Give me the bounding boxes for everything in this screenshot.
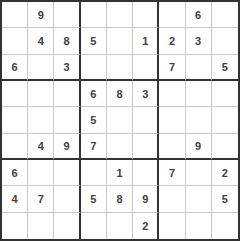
cell-r9c4[interactable]: [81, 213, 107, 239]
cell-r3c4[interactable]: [81, 55, 107, 81]
cell-r2c9[interactable]: [212, 28, 238, 54]
cell-r5c6[interactable]: [133, 107, 159, 133]
cell-r1c6[interactable]: [133, 2, 159, 28]
cell-r9c3[interactable]: [54, 213, 80, 239]
cell-r6c2[interactable]: 4: [28, 134, 54, 160]
cell-r8c1[interactable]: 4: [2, 186, 28, 212]
cell-r6c4[interactable]: 7: [81, 134, 107, 160]
cell-r7c6[interactable]: [133, 160, 159, 186]
sudoku-puzzle: 9648512363756835497961724758952: [0, 0, 240, 241]
cell-r4c3[interactable]: [54, 81, 80, 107]
cell-r8c2[interactable]: 7: [28, 186, 54, 212]
cell-r3c8[interactable]: [186, 55, 212, 81]
cell-r8c3[interactable]: [54, 186, 80, 212]
cell-r4c6[interactable]: 3: [133, 81, 159, 107]
cell-r1c8[interactable]: 6: [186, 2, 212, 28]
cell-r4c4[interactable]: 6: [81, 81, 107, 107]
cell-r9c1[interactable]: [2, 213, 28, 239]
cell-r7c2[interactable]: [28, 160, 54, 186]
cell-r5c1[interactable]: [2, 107, 28, 133]
cell-r2c7[interactable]: 2: [159, 28, 185, 54]
cell-r7c3[interactable]: [54, 160, 80, 186]
cell-r8c4[interactable]: 5: [81, 186, 107, 212]
cell-r1c4[interactable]: [81, 2, 107, 28]
cell-r8c5[interactable]: 8: [107, 186, 133, 212]
cell-r5c9[interactable]: [212, 107, 238, 133]
cell-r7c4[interactable]: [81, 160, 107, 186]
cell-r9c7[interactable]: [159, 213, 185, 239]
cell-r3c9[interactable]: 5: [212, 55, 238, 81]
cell-r4c9[interactable]: [212, 81, 238, 107]
cell-r1c1[interactable]: [2, 2, 28, 28]
cell-r9c6[interactable]: 2: [133, 213, 159, 239]
cell-r4c7[interactable]: [159, 81, 185, 107]
cell-r3c6[interactable]: [133, 55, 159, 81]
cell-r6c6[interactable]: [133, 134, 159, 160]
cell-r6c8[interactable]: 9: [186, 134, 212, 160]
cell-r1c9[interactable]: [212, 2, 238, 28]
cell-r1c7[interactable]: [159, 2, 185, 28]
cell-r4c5[interactable]: 8: [107, 81, 133, 107]
cell-r3c2[interactable]: [28, 55, 54, 81]
cell-r5c8[interactable]: [186, 107, 212, 133]
cell-r2c3[interactable]: 8: [54, 28, 80, 54]
cell-r7c8[interactable]: [186, 160, 212, 186]
cell-r8c6[interactable]: 9: [133, 186, 159, 212]
cell-r5c4[interactable]: 5: [81, 107, 107, 133]
cell-r2c4[interactable]: 5: [81, 28, 107, 54]
cell-r4c2[interactable]: [28, 81, 54, 107]
cell-r2c5[interactable]: [107, 28, 133, 54]
cell-r4c8[interactable]: [186, 81, 212, 107]
cell-r2c6[interactable]: 1: [133, 28, 159, 54]
cell-r9c2[interactable]: [28, 213, 54, 239]
cell-r6c3[interactable]: 9: [54, 134, 80, 160]
cell-r3c5[interactable]: [107, 55, 133, 81]
cell-r6c5[interactable]: [107, 134, 133, 160]
cell-r4c1[interactable]: [2, 81, 28, 107]
sudoku-board: 9648512363756835497961724758952: [0, 0, 240, 241]
cell-r9c9[interactable]: [212, 213, 238, 239]
cell-r9c5[interactable]: [107, 213, 133, 239]
cell-r1c2[interactable]: 9: [28, 2, 54, 28]
cell-r5c5[interactable]: [107, 107, 133, 133]
cell-r7c5[interactable]: 1: [107, 160, 133, 186]
cell-r2c8[interactable]: 3: [186, 28, 212, 54]
cell-r5c3[interactable]: [54, 107, 80, 133]
cell-r3c1[interactable]: 6: [2, 55, 28, 81]
cell-r7c1[interactable]: 6: [2, 160, 28, 186]
cell-r8c7[interactable]: [159, 186, 185, 212]
cell-r7c9[interactable]: 2: [212, 160, 238, 186]
cell-r2c2[interactable]: 4: [28, 28, 54, 54]
cell-r6c7[interactable]: [159, 134, 185, 160]
cell-r1c5[interactable]: [107, 2, 133, 28]
cell-r8c9[interactable]: 5: [212, 186, 238, 212]
cell-r8c8[interactable]: [186, 186, 212, 212]
cell-r7c7[interactable]: 7: [159, 160, 185, 186]
cell-r5c2[interactable]: [28, 107, 54, 133]
cell-r3c7[interactable]: 7: [159, 55, 185, 81]
cell-r1c3[interactable]: [54, 2, 80, 28]
cell-r6c9[interactable]: [212, 134, 238, 160]
cell-r6c1[interactable]: [2, 134, 28, 160]
cell-r3c3[interactable]: 3: [54, 55, 80, 81]
cell-r2c1[interactable]: [2, 28, 28, 54]
cell-r9c8[interactable]: [186, 213, 212, 239]
cell-r5c7[interactable]: [159, 107, 185, 133]
